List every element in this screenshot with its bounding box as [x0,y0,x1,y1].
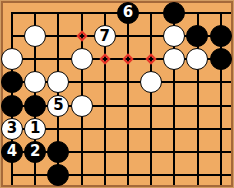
stone-number: 6 [123,5,133,20]
intersection-9-4 [186,71,209,94]
intersection-3-2 [47,25,70,48]
intersection-4-6 [70,117,93,140]
intersection-8-1 [163,1,186,24]
black-stone [210,25,232,47]
intersection-2-5 [24,94,47,117]
intersection-6-2 [116,25,139,48]
intersection-8-5 [163,94,186,117]
intersection-3-4 [47,71,70,94]
red-diamond-marker [145,54,156,65]
black-stone [210,48,232,70]
intersection-1-4 [0,71,23,94]
stone-number: 4 [7,144,17,159]
intersection-3-7 [47,140,70,163]
intersection-5-7 [93,140,116,163]
intersection-2-6: 1 [24,117,47,140]
black-stone [1,95,23,117]
intersection-9-6 [186,117,209,140]
white-stone [47,71,69,93]
red-diamond-marker [76,30,87,41]
intersection-8-7 [163,140,186,163]
intersection-10-6 [209,117,232,140]
intersection-7-6 [140,117,163,140]
intersection-8-4 [163,71,186,94]
intersection-4-2 [70,25,93,48]
intersection-9-5 [186,94,209,117]
intersection-9-3 [186,48,209,71]
intersection-9-1 [186,1,209,24]
stone-number: 2 [30,144,40,159]
intersection-6-3 [116,48,139,71]
white-stone [163,25,185,47]
intersection-4-4 [70,71,93,94]
intersection-5-6 [93,117,116,140]
white-stone [71,48,93,70]
intersection-1-7: 4 [0,140,23,163]
intersection-1-2 [0,25,23,48]
intersection-8-8 [163,163,186,186]
intersection-6-5 [116,94,139,117]
intersection-2-7: 2 [24,140,47,163]
intersection-5-1 [93,1,116,24]
intersection-1-8 [0,163,23,186]
intersection-5-5 [93,94,116,117]
stone-number: 5 [53,98,63,113]
intersection-7-3 [140,48,163,71]
intersection-5-4 [93,71,116,94]
intersection-3-3 [47,48,70,71]
white-stone [163,48,185,70]
white-stone [71,95,93,117]
intersection-10-2 [209,25,232,48]
intersection-7-2 [140,25,163,48]
white-stone: 7 [94,25,116,47]
intersection-10-4 [209,71,232,94]
intersection-4-8 [70,163,93,186]
intersection-1-3 [0,48,23,71]
white-stone [1,48,23,70]
intersection-7-4 [140,71,163,94]
intersection-2-1 [24,1,47,24]
intersection-1-5 [0,94,23,117]
intersection-7-5 [140,94,163,117]
intersection-7-8 [140,163,163,186]
intersection-7-1 [140,1,163,24]
white-stone [140,71,162,93]
intersection-5-2: 7 [93,25,116,48]
intersection-6-7 [116,140,139,163]
intersection-3-6 [47,117,70,140]
red-diamond-marker [99,54,110,65]
red-diamond-marker [122,54,133,65]
white-stone: 5 [47,95,69,117]
black-stone [47,164,69,186]
intersection-6-8 [116,163,139,186]
white-stone [24,25,46,47]
white-stone: 3 [1,118,23,140]
intersection-1-6: 3 [0,117,23,140]
intersection-3-8 [47,163,70,186]
white-stone [24,71,46,93]
intersection-4-1 [70,1,93,24]
intersection-2-4 [24,71,47,94]
intersection-5-8 [93,163,116,186]
stone-number: 7 [100,29,110,44]
intersection-10-7 [209,140,232,163]
intersection-9-7 [186,140,209,163]
intersection-7-7 [140,140,163,163]
intersection-10-5 [209,94,232,117]
intersection-2-8 [24,163,47,186]
intersection-6-6 [116,117,139,140]
intersection-8-3 [163,48,186,71]
intersection-8-2 [163,25,186,48]
black-stone [47,141,69,163]
intersection-8-6 [163,117,186,140]
intersection-5-3 [93,48,116,71]
black-stone [186,25,208,47]
black-stone: 6 [117,2,139,24]
intersection-3-5: 5 [47,94,70,117]
intersection-6-4 [116,71,139,94]
black-stone: 2 [24,141,46,163]
white-stone: 1 [24,118,46,140]
black-stone [1,71,23,93]
intersection-10-1 [209,1,232,24]
black-stone [24,95,46,117]
intersection-4-5 [70,94,93,117]
stone-number: 1 [30,121,40,136]
intersection-6-1: 6 [116,1,139,24]
intersection-4-7 [70,140,93,163]
intersection-9-8 [186,163,209,186]
intersection-1-1 [0,1,23,24]
stone-number: 3 [7,121,17,136]
intersection-2-3 [24,48,47,71]
intersection-10-8 [209,163,232,186]
intersection-2-2 [24,25,47,48]
intersection-4-3 [70,48,93,71]
intersection-9-2 [186,25,209,48]
white-stone [186,48,208,70]
intersection-grid: 6753142 [0,1,232,186]
go-board: 6753142 [0,0,234,188]
intersection-10-3 [209,48,232,71]
black-stone: 4 [1,141,23,163]
intersection-3-1 [47,1,70,24]
black-stone [163,2,185,24]
